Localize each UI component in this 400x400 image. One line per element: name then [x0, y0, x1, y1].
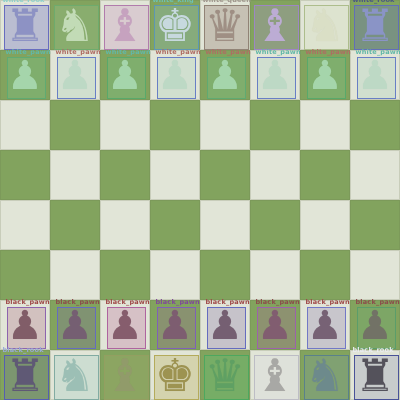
square-d4[interactable]	[150, 200, 200, 250]
chess-board[interactable]: ♜white_rook♞♝♚white_king♛white_queen♝♞♜w…	[0, 0, 400, 400]
square-f4[interactable]	[250, 200, 300, 250]
white-bishop-piece[interactable]: ♝	[250, 0, 300, 50]
square-b6[interactable]	[50, 100, 100, 150]
white-pawn-piece[interactable]: ♟	[100, 50, 150, 100]
white-pawn-piece[interactable]: ♟	[250, 50, 300, 100]
black-pawn-piece[interactable]: ♟	[250, 300, 300, 350]
square-b3[interactable]	[50, 250, 100, 300]
square-h5[interactable]	[350, 150, 400, 200]
square-h6[interactable]	[350, 100, 400, 150]
square-c6[interactable]	[100, 100, 150, 150]
square-g4[interactable]	[300, 200, 350, 250]
black-pawn-piece[interactable]: ♟	[100, 300, 150, 350]
square-b5[interactable]	[50, 150, 100, 200]
black-pawn-piece[interactable]: ♟	[200, 300, 250, 350]
white-knight-piece[interactable]: ♞	[50, 0, 100, 50]
square-h3[interactable]	[350, 250, 400, 300]
black-rook-piece[interactable]: ♜	[350, 350, 400, 400]
black-knight-piece[interactable]: ♞	[50, 350, 100, 400]
white-pawn-piece[interactable]: ♟	[0, 50, 50, 100]
black-pawn-piece[interactable]: ♟	[0, 300, 50, 350]
black-queen-piece[interactable]: ♛	[200, 350, 250, 400]
white-bishop-piece[interactable]: ♝	[100, 0, 150, 50]
square-e5[interactable]	[200, 150, 250, 200]
square-c5[interactable]	[100, 150, 150, 200]
black-pawn-piece[interactable]: ♟	[50, 300, 100, 350]
white-rook-piece[interactable]: ♜	[350, 0, 400, 50]
square-f5[interactable]	[250, 150, 300, 200]
square-a3[interactable]	[0, 250, 50, 300]
white-knight-piece[interactable]: ♞	[300, 0, 350, 50]
black-pawn-piece[interactable]: ♟	[150, 300, 200, 350]
white-pawn-piece[interactable]: ♟	[300, 50, 350, 100]
chess-detection-screenshot: ♜white_rook♞♝♚white_king♛white_queen♝♞♜w…	[0, 0, 400, 400]
square-g3[interactable]	[300, 250, 350, 300]
square-e4[interactable]	[200, 200, 250, 250]
square-d5[interactable]	[150, 150, 200, 200]
square-c3[interactable]	[100, 250, 150, 300]
square-d3[interactable]	[150, 250, 200, 300]
square-g6[interactable]	[300, 100, 350, 150]
square-b4[interactable]	[50, 200, 100, 250]
square-e3[interactable]	[200, 250, 250, 300]
white-pawn-piece[interactable]: ♟	[150, 50, 200, 100]
black-king-piece[interactable]: ♚	[150, 350, 200, 400]
black-bishop-piece[interactable]: ♝	[250, 350, 300, 400]
square-a6[interactable]	[0, 100, 50, 150]
black-rook-piece[interactable]: ♜	[0, 350, 50, 400]
white-queen-piece[interactable]: ♛	[200, 0, 250, 50]
black-bishop-piece[interactable]: ♝	[100, 350, 150, 400]
square-e6[interactable]	[200, 100, 250, 150]
square-d6[interactable]	[150, 100, 200, 150]
white-rook-piece[interactable]: ♜	[0, 0, 50, 50]
square-c4[interactable]	[100, 200, 150, 250]
square-a5[interactable]	[0, 150, 50, 200]
white-pawn-piece[interactable]: ♟	[350, 50, 400, 100]
square-a4[interactable]	[0, 200, 50, 250]
white-pawn-piece[interactable]: ♟	[200, 50, 250, 100]
white-king-piece[interactable]: ♚	[150, 0, 200, 50]
square-f3[interactable]	[250, 250, 300, 300]
square-f6[interactable]	[250, 100, 300, 150]
black-pawn-piece[interactable]: ♟	[350, 300, 400, 350]
black-pawn-piece[interactable]: ♟	[300, 300, 350, 350]
square-h4[interactable]	[350, 200, 400, 250]
square-g5[interactable]	[300, 150, 350, 200]
white-pawn-piece[interactable]: ♟	[50, 50, 100, 100]
black-knight-piece[interactable]: ♞	[300, 350, 350, 400]
